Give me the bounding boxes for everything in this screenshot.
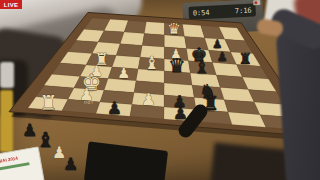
broadcast-frame: 0:54 7:16 ♛♟♟♚♟♜♜♝♛♝♟♟♚♞♟♟♟♜♜♟♟ DGT MAI … [0,0,320,180]
date-card-green-bar [0,162,30,170]
piece-wR-h1[interactable]: ♜ [39,91,57,115]
square-a4[interactable] [144,22,164,35]
piece-bP-c7[interactable]: ♟ [216,49,227,64]
piece-bP-h3[interactable]: ♟ [107,98,122,118]
piece-wB-d4[interactable]: ♝ [144,52,160,73]
piece-wQ-a5[interactable]: ♛ [167,20,181,38]
piece-bQ-d5[interactable]: ♛ [168,54,185,76]
captured-piece-bP: ♟ [22,122,37,139]
square-b4[interactable] [142,34,164,47]
captured-piece-bP: ♟ [63,156,78,173]
square-c3[interactable] [116,44,142,57]
piece-bR-c8[interactable]: ♜ [238,50,251,68]
date-card-text: MAI 2014 [0,155,18,164]
piece-wP-e3[interactable]: ♟ [117,65,130,81]
piece-wP-g4[interactable]: ♟ [141,90,156,109]
square-a3[interactable] [124,21,146,34]
live-badge: LIVE [0,0,22,9]
live-badge-label: LIVE [4,2,19,8]
board-logo: DGT [84,100,94,106]
square-b3[interactable] [120,32,144,45]
piece-bB-d6[interactable]: ♝ [194,56,210,77]
